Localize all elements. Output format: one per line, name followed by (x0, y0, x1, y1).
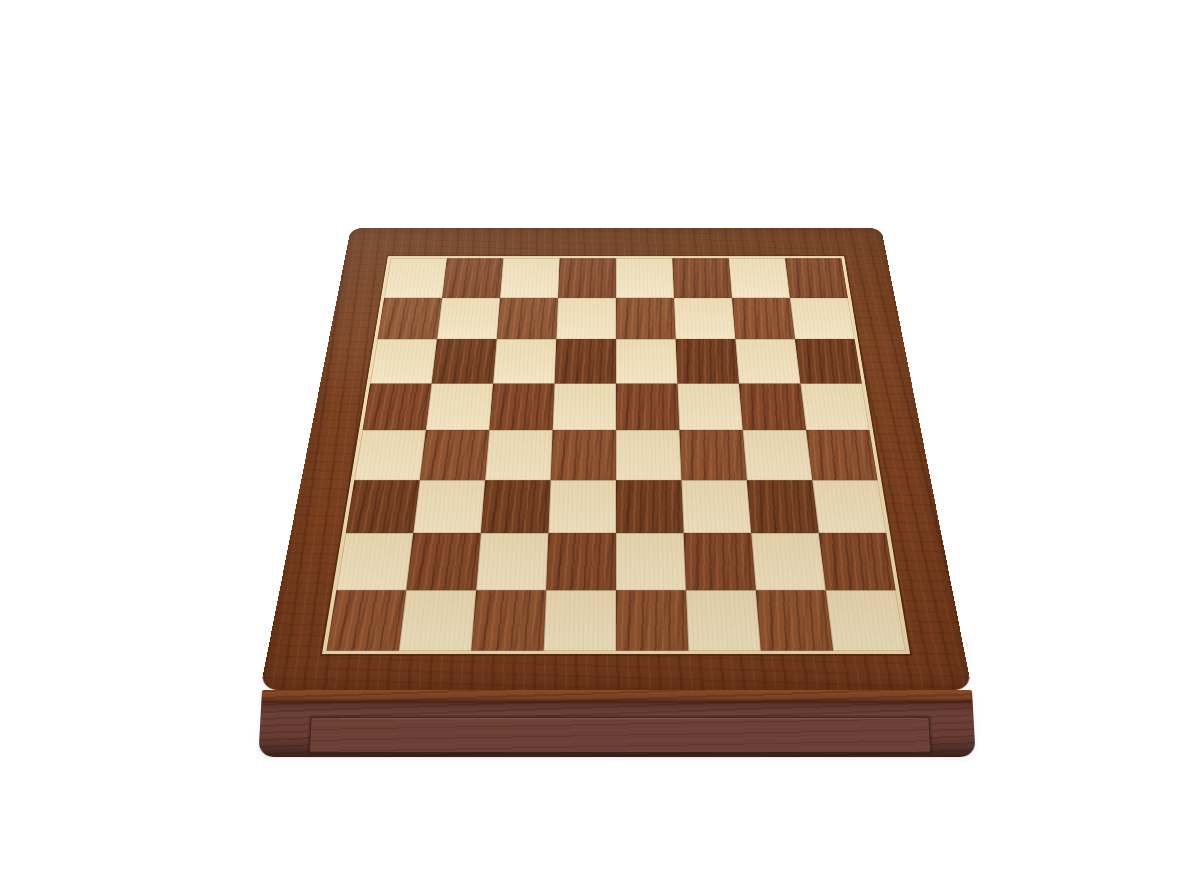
square-g7[interactable] (732, 298, 795, 340)
square-e2[interactable] (616, 533, 686, 590)
square-e8[interactable] (616, 258, 674, 297)
square-h5[interactable] (800, 383, 869, 430)
square-f4[interactable] (679, 430, 746, 480)
square-e5[interactable] (616, 383, 679, 430)
box-front-face (258, 690, 975, 757)
square-e7[interactable] (616, 298, 676, 340)
square-b6[interactable] (432, 339, 497, 383)
square-h7[interactable] (790, 298, 855, 340)
square-a3[interactable] (346, 480, 420, 533)
square-e6[interactable] (616, 339, 677, 383)
chess-board (260, 228, 972, 690)
storage-drawer-front[interactable] (309, 717, 931, 753)
square-a4[interactable] (354, 430, 426, 480)
square-b3[interactable] (413, 480, 485, 533)
square-a8[interactable] (384, 258, 447, 297)
square-a7[interactable] (377, 298, 442, 340)
square-c7[interactable] (497, 298, 558, 340)
square-h3[interactable] (812, 480, 886, 533)
square-c2[interactable] (476, 533, 548, 590)
square-b2[interactable] (406, 533, 481, 590)
square-f3[interactable] (681, 480, 751, 533)
square-c6[interactable] (493, 339, 556, 383)
square-b7[interactable] (437, 298, 500, 340)
square-d7[interactable] (556, 298, 616, 340)
square-b4[interactable] (420, 430, 489, 480)
maple-trim-border (322, 256, 910, 654)
square-h2[interactable] (819, 533, 896, 590)
square-b5[interactable] (426, 383, 493, 430)
square-f5[interactable] (677, 383, 742, 430)
square-g4[interactable] (743, 430, 812, 480)
photo-background (0, 0, 1200, 874)
square-e1[interactable] (616, 590, 688, 651)
square-d8[interactable] (558, 258, 616, 297)
square-h6[interactable] (795, 339, 862, 383)
square-g1[interactable] (756, 590, 833, 651)
square-d3[interactable] (548, 480, 616, 533)
square-d6[interactable] (555, 339, 616, 383)
square-c5[interactable] (489, 383, 554, 430)
square-f7[interactable] (674, 298, 735, 340)
square-a6[interactable] (370, 339, 437, 383)
square-c3[interactable] (481, 480, 551, 533)
square-b1[interactable] (399, 590, 476, 651)
square-h8[interactable] (785, 258, 848, 297)
square-g5[interactable] (739, 383, 806, 430)
square-a1[interactable] (326, 590, 406, 651)
board-grid (326, 258, 905, 650)
square-a2[interactable] (336, 533, 413, 590)
square-a5[interactable] (362, 383, 431, 430)
square-b8[interactable] (442, 258, 503, 297)
square-g2[interactable] (751, 533, 826, 590)
square-d2[interactable] (546, 533, 616, 590)
square-d1[interactable] (544, 590, 616, 651)
square-c8[interactable] (500, 258, 560, 297)
square-e4[interactable] (616, 430, 681, 480)
square-f1[interactable] (686, 590, 761, 651)
square-g8[interactable] (729, 258, 790, 297)
square-c4[interactable] (485, 430, 552, 480)
square-e3[interactable] (616, 480, 684, 533)
square-d5[interactable] (553, 383, 616, 430)
square-g6[interactable] (735, 339, 800, 383)
square-d4[interactable] (551, 430, 616, 480)
square-f2[interactable] (684, 533, 756, 590)
square-h4[interactable] (806, 430, 878, 480)
square-f8[interactable] (672, 258, 732, 297)
square-g3[interactable] (747, 480, 819, 533)
square-c1[interactable] (471, 590, 546, 651)
square-f6[interactable] (676, 339, 739, 383)
square-h1[interactable] (826, 590, 906, 651)
